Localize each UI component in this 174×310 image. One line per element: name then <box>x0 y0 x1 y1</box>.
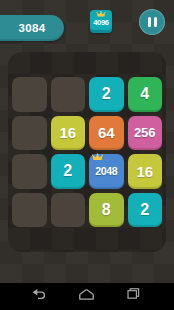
tile-16: 16 <box>51 116 86 151</box>
tile-value: 2 <box>63 162 72 180</box>
tile-value: 2 <box>102 85 111 103</box>
goal-tile-badge: 4096 <box>90 10 112 33</box>
app-screen: 3084 4096 24166425622048 1682 <box>0 0 174 310</box>
tile-value: 256 <box>134 125 156 140</box>
tile-value: 2 <box>140 201 149 219</box>
tile-4: 4 <box>128 77 163 112</box>
pause-button[interactable] <box>139 9 165 35</box>
pause-icon <box>148 17 151 27</box>
score-value: 3084 <box>0 15 64 41</box>
tile-value: 4 <box>140 85 149 103</box>
goal-value: 4096 <box>93 17 109 28</box>
tile-2: 2 <box>89 77 124 112</box>
tile-2048: 2048 <box>89 154 124 189</box>
board-grid[interactable]: 24166425622048 1682 <box>12 77 162 227</box>
tile-value: 2048 <box>95 165 117 177</box>
game-board[interactable]: 24166425622048 1682 <box>8 52 166 252</box>
tile-8: 8 <box>89 193 124 228</box>
empty-cell <box>12 193 47 228</box>
empty-cell <box>12 116 47 151</box>
tile-2: 2 <box>51 154 86 189</box>
tile-64: 64 <box>89 116 124 151</box>
back-icon[interactable] <box>32 288 47 299</box>
tile-value: 16 <box>136 163 153 180</box>
tile-16: 16 <box>128 154 163 189</box>
tile-2: 2 <box>128 193 163 228</box>
empty-cell <box>12 154 47 189</box>
score-pill: 3084 <box>0 15 64 41</box>
recents-icon[interactable] <box>127 288 140 299</box>
tile-value: 16 <box>59 124 76 141</box>
empty-cell <box>12 77 47 112</box>
tile-256: 256 <box>128 116 163 151</box>
tile-value: 8 <box>102 201 111 219</box>
empty-cell <box>51 193 86 228</box>
tile-value: 64 <box>98 124 115 141</box>
crown-icon <box>92 153 103 161</box>
empty-cell <box>51 77 86 112</box>
home-icon[interactable] <box>78 288 95 300</box>
